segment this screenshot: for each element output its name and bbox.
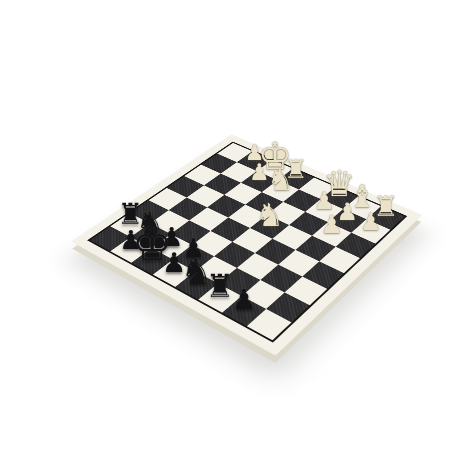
chess-board [125,103,375,353]
board-grid [87,142,407,343]
chess-set-photo: ♟♚♜♟♞♛♝♟♜♟♜♞♟♟♞♟♟♟♚♟♞♜♟ [0,0,452,452]
board-surface [71,134,422,355]
